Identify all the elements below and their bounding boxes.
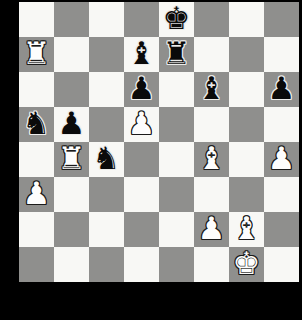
square-h7[interactable] [264,37,299,72]
square-c8[interactable] [89,2,124,37]
square-c2[interactable] [89,212,124,247]
square-h4[interactable]: ♟ [264,142,299,177]
square-b8[interactable] [54,2,89,37]
square-g5[interactable] [229,107,264,142]
square-d8[interactable] [124,2,159,37]
square-a7[interactable]: ♜ [19,37,54,72]
square-d1[interactable] [124,247,159,282]
square-g4[interactable] [229,142,264,177]
square-g3[interactable] [229,177,264,212]
piece-white-pawn[interactable]: ♟ [268,142,296,176]
square-c3[interactable] [89,177,124,212]
piece-black-rook[interactable]: ♜ [163,37,191,71]
piece-white-pawn[interactable]: ♟ [198,212,226,246]
square-a6[interactable] [19,72,54,107]
square-f1[interactable] [194,247,229,282]
square-d4[interactable] [124,142,159,177]
square-h3[interactable] [264,177,299,212]
square-a5[interactable]: ♞ [19,107,54,142]
square-e7[interactable]: ♜ [159,37,194,72]
piece-black-pawn[interactable]: ♟ [128,72,156,106]
square-h6[interactable]: ♟ [264,72,299,107]
piece-black-knight[interactable]: ♞ [23,107,51,141]
square-d6[interactable]: ♟ [124,72,159,107]
square-b7[interactable] [54,37,89,72]
square-c4[interactable]: ♞ [89,142,124,177]
square-g8[interactable] [229,2,264,37]
square-h2[interactable] [264,212,299,247]
square-b2[interactable] [54,212,89,247]
square-d5[interactable]: ♟ [124,107,159,142]
square-a4[interactable] [19,142,54,177]
square-e3[interactable] [159,177,194,212]
square-b4[interactable]: ♜ [54,142,89,177]
square-f8[interactable] [194,2,229,37]
chess-board: ♚♜♝♜♟♝♟♞♟♟♜♞♝♟♟♟♝♚ [19,2,299,282]
square-d2[interactable] [124,212,159,247]
square-e6[interactable] [159,72,194,107]
piece-black-knight[interactable]: ♞ [93,142,121,176]
piece-white-king[interactable]: ♚ [233,247,261,281]
square-a2[interactable] [19,212,54,247]
square-c6[interactable] [89,72,124,107]
square-b5[interactable]: ♟ [54,107,89,142]
square-e8[interactable]: ♚ [159,2,194,37]
square-a8[interactable] [19,2,54,37]
piece-black-king[interactable]: ♚ [163,2,191,36]
piece-black-pawn[interactable]: ♟ [268,72,296,106]
square-g7[interactable] [229,37,264,72]
piece-white-pawn[interactable]: ♟ [128,107,156,141]
square-b3[interactable] [54,177,89,212]
square-c5[interactable] [89,107,124,142]
square-b6[interactable] [54,72,89,107]
square-h1[interactable] [264,247,299,282]
square-f5[interactable] [194,107,229,142]
piece-white-rook[interactable]: ♜ [58,142,86,176]
square-a1[interactable] [19,247,54,282]
piece-black-pawn[interactable]: ♟ [58,107,86,141]
square-f2[interactable]: ♟ [194,212,229,247]
square-d7[interactable]: ♝ [124,37,159,72]
square-e1[interactable] [159,247,194,282]
square-b1[interactable] [54,247,89,282]
square-e5[interactable] [159,107,194,142]
piece-black-bishop[interactable]: ♝ [198,72,226,106]
piece-white-bishop[interactable]: ♝ [198,142,226,176]
square-a3[interactable]: ♟ [19,177,54,212]
square-g6[interactable] [229,72,264,107]
chess-diagram: ♚♜♝♜♟♝♟♞♟♟♜♞♝♟♟♟♝♚ [0,0,302,320]
square-e2[interactable] [159,212,194,247]
square-f3[interactable] [194,177,229,212]
piece-white-rook[interactable]: ♜ [23,37,51,71]
square-f7[interactable] [194,37,229,72]
square-h8[interactable] [264,2,299,37]
square-h5[interactable] [264,107,299,142]
square-f4[interactable]: ♝ [194,142,229,177]
square-c1[interactable] [89,247,124,282]
square-c7[interactable] [89,37,124,72]
piece-black-bishop[interactable]: ♝ [128,37,156,71]
square-f6[interactable]: ♝ [194,72,229,107]
piece-white-bishop[interactable]: ♝ [233,212,261,246]
square-e4[interactable] [159,142,194,177]
square-g1[interactable]: ♚ [229,247,264,282]
square-g2[interactable]: ♝ [229,212,264,247]
square-d3[interactable] [124,177,159,212]
piece-white-pawn[interactable]: ♟ [23,177,51,211]
